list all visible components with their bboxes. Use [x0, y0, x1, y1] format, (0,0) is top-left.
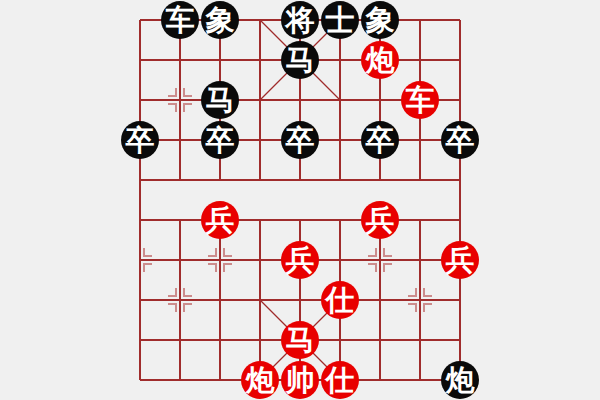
piece-red-general[interactable]: 帅	[281, 361, 319, 399]
piece-black-elephant[interactable]: 象	[361, 1, 399, 39]
piece-black-general[interactable]: 将	[281, 1, 319, 39]
piece-black-pawn[interactable]: 卒	[441, 121, 479, 159]
piece-black-pawn[interactable]: 卒	[281, 121, 319, 159]
piece-black-advisor[interactable]: 士	[321, 1, 359, 39]
piece-red-advisor[interactable]: 仕	[321, 361, 359, 399]
piece-red-advisor[interactable]: 仕	[321, 281, 359, 319]
piece-red-pawn[interactable]: 兵	[201, 201, 239, 239]
piece-black-rook[interactable]: 车	[161, 1, 199, 39]
piece-red-cannon[interactable]: 炮	[361, 41, 399, 79]
piece-red-pawn[interactable]: 兵	[281, 241, 319, 279]
piece-black-horse[interactable]: 马	[281, 41, 319, 79]
piece-red-cannon[interactable]: 炮	[241, 361, 279, 399]
piece-black-elephant[interactable]: 象	[201, 1, 239, 39]
piece-red-rook[interactable]: 车	[401, 81, 439, 119]
piece-black-pawn[interactable]: 卒	[361, 121, 399, 159]
piece-black-pawn[interactable]: 卒	[201, 121, 239, 159]
piece-black-horse[interactable]: 马	[201, 81, 239, 119]
pieces-layer: 车象将士象马炮马车卒卒卒卒卒兵兵兵兵仕马炮帅仕炮	[140, 20, 460, 380]
piece-red-horse[interactable]: 马	[281, 321, 319, 359]
piece-black-cannon[interactable]: 炮	[441, 361, 479, 399]
piece-red-pawn[interactable]: 兵	[441, 241, 479, 279]
piece-black-pawn[interactable]: 卒	[121, 121, 159, 159]
piece-red-pawn[interactable]: 兵	[361, 201, 399, 239]
xiangqi-board[interactable]: 车象将士象马炮马车卒卒卒卒卒兵兵兵兵仕马炮帅仕炮	[140, 20, 460, 380]
